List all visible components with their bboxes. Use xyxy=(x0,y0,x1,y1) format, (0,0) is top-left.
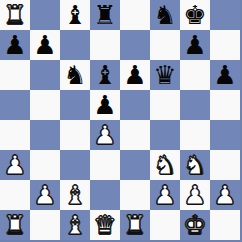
square-h7[interactable] xyxy=(210,30,240,60)
square-d1[interactable]: ♛ xyxy=(90,210,120,240)
square-b8[interactable] xyxy=(30,0,60,30)
square-d6[interactable]: ♝ xyxy=(90,60,120,90)
square-f4[interactable] xyxy=(150,120,180,150)
piece-black-pawn-a7: ♟ xyxy=(3,30,26,60)
square-b5[interactable] xyxy=(30,90,60,120)
square-e5[interactable] xyxy=(120,90,150,120)
square-c1[interactable]: ♝ xyxy=(60,210,90,240)
square-e3[interactable] xyxy=(120,150,150,180)
piece-black-knight-c6: ♞ xyxy=(63,60,86,90)
piece-black-bishop-d6: ♝ xyxy=(93,60,116,90)
square-c7[interactable] xyxy=(60,30,90,60)
piece-white-queen-d1: ♛ xyxy=(93,210,116,240)
square-h5[interactable] xyxy=(210,90,240,120)
square-g4[interactable] xyxy=(180,120,210,150)
square-d3[interactable] xyxy=(90,150,120,180)
square-b6[interactable] xyxy=(30,60,60,90)
piece-white-rook-a1: ♜ xyxy=(3,210,26,240)
piece-black-pawn-h6: ♟ xyxy=(213,60,236,90)
square-b3[interactable] xyxy=(30,150,60,180)
square-e4[interactable] xyxy=(120,120,150,150)
piece-white-pawn-b2: ♟ xyxy=(33,180,56,210)
square-f3[interactable]: ♞ xyxy=(150,150,180,180)
square-c3[interactable] xyxy=(60,150,90,180)
chess-board: ♜♝♜♞♚♟♟♟♞♝♟♛♟♟♟♟♞♞♟♝♟♟♟♜♝♛♜♚ xyxy=(0,0,242,242)
square-b4[interactable] xyxy=(30,120,60,150)
square-h4[interactable] xyxy=(210,120,240,150)
square-h3[interactable] xyxy=(210,150,240,180)
square-a3[interactable]: ♟ xyxy=(0,150,30,180)
square-h6[interactable]: ♟ xyxy=(210,60,240,90)
square-a5[interactable] xyxy=(0,90,30,120)
square-a7[interactable]: ♟ xyxy=(0,30,30,60)
square-g2[interactable]: ♟ xyxy=(180,180,210,210)
square-b1[interactable] xyxy=(30,210,60,240)
piece-black-queen-f6: ♛ xyxy=(153,60,176,90)
square-c6[interactable]: ♞ xyxy=(60,60,90,90)
square-g7[interactable]: ♟ xyxy=(180,30,210,60)
piece-black-pawn-g7: ♟ xyxy=(183,30,206,60)
square-e6[interactable]: ♟ xyxy=(120,60,150,90)
square-c2[interactable]: ♝ xyxy=(60,180,90,210)
square-a1[interactable]: ♜ xyxy=(0,210,30,240)
square-f8[interactable]: ♞ xyxy=(150,0,180,30)
square-e2[interactable] xyxy=(120,180,150,210)
square-h2[interactable]: ♟ xyxy=(210,180,240,210)
chess-board-grid: ♜♝♜♞♚♟♟♟♞♝♟♛♟♟♟♟♞♞♟♝♟♟♟♜♝♛♜♚ xyxy=(0,0,240,240)
square-f1[interactable] xyxy=(150,210,180,240)
piece-white-pawn-g2: ♟ xyxy=(183,180,206,210)
square-g5[interactable] xyxy=(180,90,210,120)
piece-black-pawn-b7: ♟ xyxy=(33,30,56,60)
square-c8[interactable]: ♝ xyxy=(60,0,90,30)
square-d8[interactable]: ♜ xyxy=(90,0,120,30)
square-g6[interactable] xyxy=(180,60,210,90)
square-g1[interactable]: ♚ xyxy=(180,210,210,240)
square-d7[interactable] xyxy=(90,30,120,60)
piece-white-rook-e1: ♜ xyxy=(123,210,146,240)
square-g3[interactable]: ♞ xyxy=(180,150,210,180)
square-a8[interactable]: ♜ xyxy=(0,0,30,30)
square-a4[interactable] xyxy=(0,120,30,150)
piece-white-pawn-f2: ♟ xyxy=(153,180,176,210)
piece-black-pawn-d5: ♟ xyxy=(93,90,116,120)
square-e1[interactable]: ♜ xyxy=(120,210,150,240)
piece-white-bishop-c1: ♝ xyxy=(63,210,86,240)
square-h1[interactable] xyxy=(210,210,240,240)
square-a2[interactable] xyxy=(0,180,30,210)
square-d2[interactable] xyxy=(90,180,120,210)
square-d5[interactable]: ♟ xyxy=(90,90,120,120)
piece-black-knight-f8: ♞ xyxy=(153,0,176,30)
square-g8[interactable]: ♚ xyxy=(180,0,210,30)
piece-white-king-g1: ♚ xyxy=(183,210,206,240)
square-d4[interactable]: ♟ xyxy=(90,120,120,150)
piece-black-pawn-e6: ♟ xyxy=(123,60,146,90)
piece-black-rook-d8: ♜ xyxy=(93,0,116,30)
square-b2[interactable]: ♟ xyxy=(30,180,60,210)
square-f7[interactable] xyxy=(150,30,180,60)
square-f2[interactable]: ♟ xyxy=(150,180,180,210)
piece-white-bishop-c2: ♝ xyxy=(63,180,86,210)
square-f5[interactable] xyxy=(150,90,180,120)
square-c4[interactable] xyxy=(60,120,90,150)
square-f6[interactable]: ♛ xyxy=(150,60,180,90)
square-b7[interactable]: ♟ xyxy=(30,30,60,60)
piece-black-bishop-c8: ♝ xyxy=(63,0,86,30)
piece-black-king-g8: ♚ xyxy=(183,0,206,30)
square-e7[interactable] xyxy=(120,30,150,60)
piece-white-rook-a8: ♜ xyxy=(3,0,26,30)
square-h8[interactable] xyxy=(210,0,240,30)
piece-white-pawn-d4: ♟ xyxy=(93,120,116,150)
square-c5[interactable] xyxy=(60,90,90,120)
square-a6[interactable] xyxy=(0,60,30,90)
piece-white-knight-f3: ♞ xyxy=(153,150,176,180)
square-e8[interactable] xyxy=(120,0,150,30)
piece-white-pawn-h2: ♟ xyxy=(213,180,236,210)
piece-white-pawn-a3: ♟ xyxy=(3,150,26,180)
piece-white-knight-g3: ♞ xyxy=(183,150,206,180)
